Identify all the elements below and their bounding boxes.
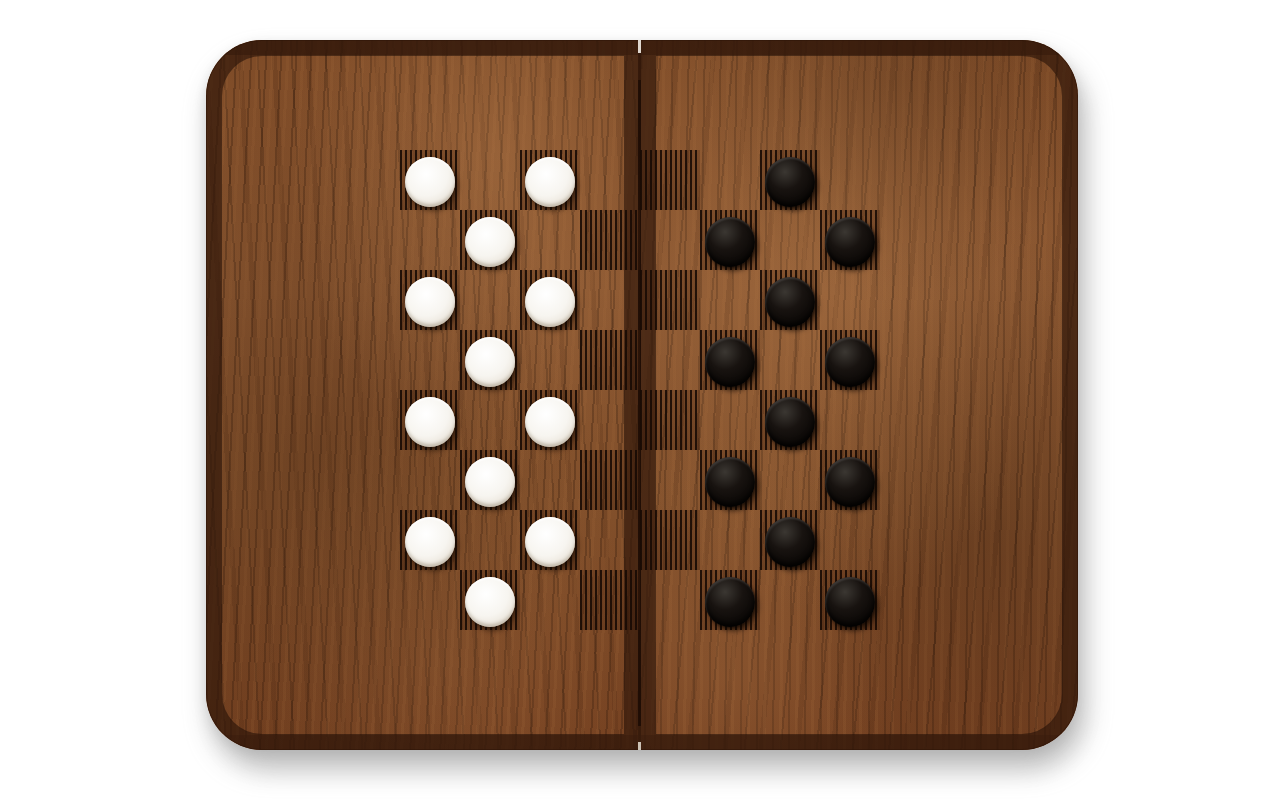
square-r6c6[interactable]	[700, 450, 760, 510]
square-r8c7	[760, 570, 820, 630]
square-r7c4	[580, 510, 640, 570]
square-r2c7	[760, 210, 820, 270]
square-r7c1[interactable]	[400, 510, 460, 570]
checkers-board	[206, 40, 1078, 750]
square-r8c3	[520, 570, 580, 630]
square-r6c5	[640, 450, 700, 510]
black-piece-r2c6[interactable]	[705, 217, 755, 267]
square-r6c8[interactable]	[820, 450, 880, 510]
square-r3c2	[460, 270, 520, 330]
white-piece-r7c3[interactable]	[525, 517, 575, 567]
square-r4c8[interactable]	[820, 330, 880, 390]
square-r1c3[interactable]	[520, 150, 580, 210]
square-r4c3	[520, 330, 580, 390]
square-r2c2[interactable]	[460, 210, 520, 270]
white-piece-r3c3[interactable]	[525, 277, 575, 327]
square-r7c8	[820, 510, 880, 570]
square-r8c5	[640, 570, 700, 630]
square-r3c6	[700, 270, 760, 330]
square-r5c2	[460, 390, 520, 450]
white-piece-r5c1[interactable]	[405, 397, 455, 447]
square-r4c5	[640, 330, 700, 390]
square-r3c8	[820, 270, 880, 330]
square-r5c5[interactable]	[640, 390, 700, 450]
white-piece-r2c2[interactable]	[465, 217, 515, 267]
black-piece-r5c7[interactable]	[765, 397, 815, 447]
square-r4c2[interactable]	[460, 330, 520, 390]
square-r1c4	[580, 150, 640, 210]
square-r1c6	[700, 150, 760, 210]
square-r1c2	[460, 150, 520, 210]
white-piece-r1c3[interactable]	[525, 157, 575, 207]
square-r7c7[interactable]	[760, 510, 820, 570]
square-r7c5[interactable]	[640, 510, 700, 570]
square-r2c1	[400, 210, 460, 270]
square-r2c8[interactable]	[820, 210, 880, 270]
square-r5c7[interactable]	[760, 390, 820, 450]
black-piece-r2c8[interactable]	[825, 217, 875, 267]
square-r7c2	[460, 510, 520, 570]
white-piece-r4c2[interactable]	[465, 337, 515, 387]
square-r8c2[interactable]	[460, 570, 520, 630]
square-r6c4[interactable]	[580, 450, 640, 510]
white-piece-r7c1[interactable]	[405, 517, 455, 567]
white-piece-r5c3[interactable]	[525, 397, 575, 447]
black-piece-r4c6[interactable]	[705, 337, 755, 387]
black-piece-r3c7[interactable]	[765, 277, 815, 327]
square-r5c3[interactable]	[520, 390, 580, 450]
white-piece-r3c1[interactable]	[405, 277, 455, 327]
square-r5c8	[820, 390, 880, 450]
square-r3c7[interactable]	[760, 270, 820, 330]
square-r1c8	[820, 150, 880, 210]
square-r6c3	[520, 450, 580, 510]
square-r2c3	[520, 210, 580, 270]
square-r7c3[interactable]	[520, 510, 580, 570]
square-r4c6[interactable]	[700, 330, 760, 390]
square-r6c1	[400, 450, 460, 510]
black-piece-r4c8[interactable]	[825, 337, 875, 387]
white-piece-r1c1[interactable]	[405, 157, 455, 207]
scene	[0, 0, 1280, 800]
square-r5c4	[580, 390, 640, 450]
square-r3c5[interactable]	[640, 270, 700, 330]
square-r4c7	[760, 330, 820, 390]
black-piece-r1c7[interactable]	[765, 157, 815, 207]
white-piece-r8c2[interactable]	[465, 577, 515, 627]
square-r6c7	[760, 450, 820, 510]
white-piece-r6c2[interactable]	[465, 457, 515, 507]
square-r7c6	[700, 510, 760, 570]
square-r4c1	[400, 330, 460, 390]
square-r1c7[interactable]	[760, 150, 820, 210]
black-piece-r6c8[interactable]	[825, 457, 875, 507]
square-r8c6[interactable]	[700, 570, 760, 630]
square-r2c4[interactable]	[580, 210, 640, 270]
black-piece-r8c8[interactable]	[825, 577, 875, 627]
square-r2c5	[640, 210, 700, 270]
square-r8c4[interactable]	[580, 570, 640, 630]
square-r1c1[interactable]	[400, 150, 460, 210]
square-r5c6	[700, 390, 760, 450]
square-r5c1[interactable]	[400, 390, 460, 450]
square-r3c3[interactable]	[520, 270, 580, 330]
square-r3c4	[580, 270, 640, 330]
square-r2c6[interactable]	[700, 210, 760, 270]
square-r8c1	[400, 570, 460, 630]
square-r3c1[interactable]	[400, 270, 460, 330]
square-r1c5[interactable]	[640, 150, 700, 210]
black-piece-r6c6[interactable]	[705, 457, 755, 507]
black-piece-r8c6[interactable]	[705, 577, 755, 627]
square-r4c4[interactable]	[580, 330, 640, 390]
playing-field	[400, 150, 880, 630]
square-r6c2[interactable]	[460, 450, 520, 510]
black-piece-r7c7[interactable]	[765, 517, 815, 567]
square-r8c8[interactable]	[820, 570, 880, 630]
